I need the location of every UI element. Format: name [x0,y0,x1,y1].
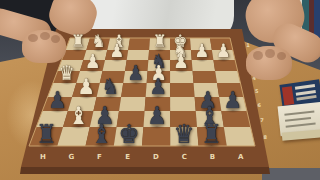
piece-bQ-c8: ♛ [172,120,195,146]
piece-wB-g7: ♝ [68,103,90,127]
piece-wP-g5: ♟ [77,76,96,98]
piece-bP-h6: ♟ [47,88,68,111]
piece-wP-f2: ♟ [109,42,125,60]
piece-wQ-h4: ♛ [58,63,76,83]
pieces-layer: ♜♞♝♜♚♞♟♟♟♟♟♞♟♛♟♟♟♞♟♟♟♝♝♟♟♜♛♚♝♜ [0,0,320,180]
piece-bP-d7: ♟ [146,103,168,127]
piece-wN-g1: ♞ [91,33,107,50]
piece-bN-f5: ♞ [101,76,120,98]
piece-wR-d1: ♜ [152,33,168,50]
piece-bK-e8: ♚ [117,120,140,146]
scene: HGFEDCBA12345678 ♜♞♝♜♚♞♟♟♟♟♟♞♟♛♟♟♟♞♟♟♟♝♝… [0,0,320,180]
piece-bR-h8: ♜ [35,120,58,146]
piece-wR-h1: ♜ [70,33,86,50]
piece-bP-d5: ♟ [148,76,167,98]
piece-wP-c3: ♟ [172,52,189,71]
piece-wP-b2: ♟ [194,42,210,60]
piece-bR-b8: ♜ [200,120,223,146]
piece-bP-e4: ♟ [126,63,144,83]
piece-wP-a2: ♟ [215,42,231,60]
piece-wP-g3: ♟ [84,52,101,71]
piece-bP-a6: ♟ [223,88,244,111]
piece-bB-f8: ♝ [90,120,113,146]
